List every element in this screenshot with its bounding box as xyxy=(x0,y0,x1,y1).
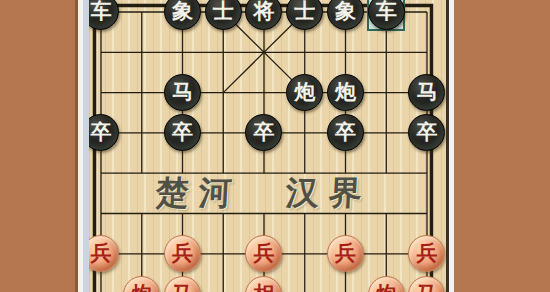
piece-character: 士 xyxy=(294,1,315,22)
piece-red-cannon[interactable]: 炮 xyxy=(123,276,160,292)
piece-red-horse[interactable]: 马 xyxy=(164,276,201,292)
piece-black-soldier[interactable]: 卒 xyxy=(89,114,119,151)
piece-character: 车 xyxy=(376,1,397,22)
piece-character: 兵 xyxy=(90,243,111,264)
piece-black-elephant[interactable]: 象 xyxy=(327,0,364,30)
piece-black-horse[interactable]: 马 xyxy=(164,74,201,111)
xiangqi-board: 车象士将士象车马炮炮马卒卒卒卒卒兵兵兵兵兵炮马相炮马 楚河 汉界 xyxy=(89,0,446,292)
piece-character: 卒 xyxy=(90,122,111,143)
piece-black-elephant[interactable]: 象 xyxy=(164,0,201,30)
piece-black-advisor[interactable]: 士 xyxy=(286,0,323,30)
cannon-point-marker xyxy=(121,72,162,112)
piece-red-cannon[interactable]: 炮 xyxy=(368,276,405,292)
piece-character: 车 xyxy=(90,1,111,22)
piece-character: 卒 xyxy=(416,122,437,143)
piece-character: 相 xyxy=(253,284,274,292)
piece-character: 马 xyxy=(172,284,193,292)
piece-black-advisor[interactable]: 士 xyxy=(205,0,242,30)
piece-red-elephant[interactable]: 相 xyxy=(245,276,282,292)
piece-character: 炮 xyxy=(335,82,356,103)
piece-red-soldier[interactable]: 兵 xyxy=(408,235,445,272)
piece-black-cannon[interactable]: 炮 xyxy=(327,74,364,111)
piece-character: 卒 xyxy=(335,122,356,143)
piece-character: 炮 xyxy=(294,82,315,103)
piece-character: 马 xyxy=(172,82,193,103)
pieces-layer: 车象士将士象车马炮炮马卒卒卒卒卒兵兵兵兵兵炮马相炮马 xyxy=(89,0,446,292)
piece-red-soldier[interactable]: 兵 xyxy=(245,235,282,272)
piece-character: 兵 xyxy=(335,243,356,264)
piece-character: 兵 xyxy=(253,243,274,264)
piece-black-horse[interactable]: 马 xyxy=(408,74,445,111)
piece-black-general[interactable]: 将 xyxy=(245,0,282,30)
piece-character: 马 xyxy=(416,284,437,292)
piece-character: 兵 xyxy=(416,243,437,264)
piece-red-soldier[interactable]: 兵 xyxy=(89,235,119,272)
cannon-point-marker xyxy=(366,72,407,112)
piece-character: 兵 xyxy=(172,243,193,264)
piece-character: 象 xyxy=(335,1,356,22)
piece-black-chariot[interactable]: 车 xyxy=(89,0,119,30)
piece-red-soldier[interactable]: 兵 xyxy=(327,235,364,272)
piece-black-soldier[interactable]: 卒 xyxy=(327,114,364,151)
piece-black-soldier[interactable]: 卒 xyxy=(245,114,282,151)
piece-character: 象 xyxy=(172,1,193,22)
piece-character: 卒 xyxy=(172,122,193,143)
river-inscription-left: 楚河 xyxy=(138,171,250,211)
piece-character: 炮 xyxy=(131,284,152,292)
piece-character: 士 xyxy=(213,1,234,22)
river-inscription-right: 汉界 xyxy=(268,171,380,211)
piece-character: 炮 xyxy=(376,284,397,292)
piece-character: 将 xyxy=(253,1,274,22)
piece-character: 马 xyxy=(416,82,437,103)
piece-red-horse[interactable]: 马 xyxy=(408,276,445,292)
piece-character: 卒 xyxy=(253,122,274,143)
panel-edge-highlight-right xyxy=(449,0,454,292)
piece-black-cannon[interactable]: 炮 xyxy=(286,74,323,111)
piece-black-soldier[interactable]: 卒 xyxy=(164,114,201,151)
piece-red-soldier[interactable]: 兵 xyxy=(164,235,201,272)
piece-black-soldier[interactable]: 卒 xyxy=(408,114,445,151)
